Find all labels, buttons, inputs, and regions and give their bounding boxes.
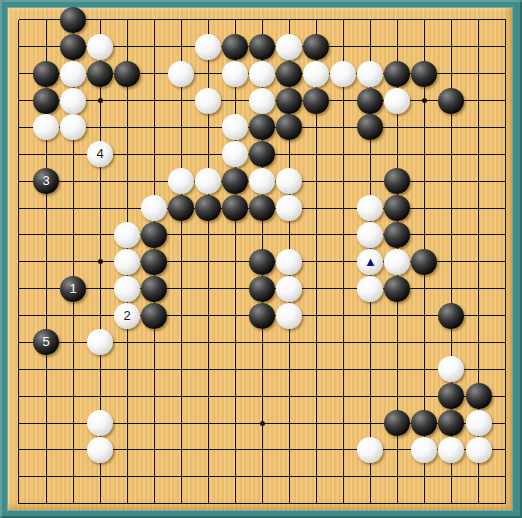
intersection-18-9[interactable] <box>465 222 492 249</box>
intersection-3-14[interactable] <box>60 356 87 383</box>
intersection-7-16[interactable] <box>168 410 195 437</box>
intersection-18-3[interactable] <box>465 60 492 87</box>
intersection-17-5[interactable] <box>438 114 465 141</box>
intersection-13-9[interactable] <box>330 222 357 249</box>
intersection-18-16[interactable] <box>465 410 492 437</box>
intersection-5-17[interactable] <box>114 437 141 464</box>
intersection-15-16[interactable] <box>384 410 411 437</box>
intersection-15-9[interactable] <box>384 222 411 249</box>
intersection-4-16[interactable] <box>87 410 114 437</box>
intersection-14-12[interactable] <box>357 302 384 329</box>
intersection-2-8[interactable] <box>33 195 60 222</box>
intersection-13-11[interactable] <box>330 275 357 302</box>
intersection-11-17[interactable] <box>276 437 303 464</box>
intersection-14-14[interactable] <box>357 356 384 383</box>
intersection-7-14[interactable] <box>168 356 195 383</box>
intersection-3-10[interactable] <box>60 248 87 275</box>
intersection-18-10[interactable] <box>465 248 492 275</box>
intersection-1-2[interactable] <box>5 33 32 60</box>
intersection-8-14[interactable] <box>195 356 222 383</box>
intersection-18-13[interactable] <box>465 329 492 356</box>
intersection-2-19[interactable] <box>33 490 60 517</box>
intersection-2-6[interactable] <box>33 141 60 168</box>
intersection-17-13[interactable] <box>438 329 465 356</box>
intersection-19-5[interactable] <box>492 114 519 141</box>
intersection-2-3[interactable] <box>33 60 60 87</box>
intersection-2-17[interactable] <box>33 437 60 464</box>
intersection-15-11[interactable] <box>384 275 411 302</box>
intersection-8-17[interactable] <box>195 437 222 464</box>
intersection-3-12[interactable] <box>60 302 87 329</box>
intersection-4-1[interactable] <box>87 7 114 34</box>
intersection-16-9[interactable] <box>411 222 438 249</box>
intersection-6-10[interactable] <box>141 248 168 275</box>
intersection-18-1[interactable] <box>465 7 492 34</box>
intersection-16-16[interactable] <box>411 410 438 437</box>
intersection-1-12[interactable] <box>5 302 32 329</box>
intersection-9-1[interactable] <box>222 7 249 34</box>
intersection-7-9[interactable] <box>168 222 195 249</box>
intersection-5-13[interactable] <box>114 329 141 356</box>
intersection-12-15[interactable] <box>303 383 330 410</box>
intersection-16-11[interactable] <box>411 275 438 302</box>
intersection-8-9[interactable] <box>195 222 222 249</box>
intersection-9-17[interactable] <box>222 437 249 464</box>
intersection-1-3[interactable] <box>5 60 32 87</box>
intersection-13-4[interactable] <box>330 87 357 114</box>
intersection-13-2[interactable] <box>330 33 357 60</box>
intersection-5-18[interactable] <box>114 463 141 490</box>
intersection-3-11[interactable]: 1 <box>60 275 87 302</box>
intersection-1-15[interactable] <box>5 383 32 410</box>
intersection-8-10[interactable] <box>195 248 222 275</box>
intersection-17-15[interactable] <box>438 383 465 410</box>
intersection-10-4[interactable] <box>249 87 276 114</box>
intersection-12-11[interactable] <box>303 275 330 302</box>
intersection-12-10[interactable] <box>303 248 330 275</box>
intersection-14-8[interactable] <box>357 195 384 222</box>
intersection-16-1[interactable] <box>411 7 438 34</box>
intersection-11-18[interactable] <box>276 463 303 490</box>
intersection-15-2[interactable] <box>384 33 411 60</box>
intersection-12-5[interactable] <box>303 114 330 141</box>
intersection-9-8[interactable] <box>222 195 249 222</box>
intersection-14-15[interactable] <box>357 383 384 410</box>
intersection-14-1[interactable] <box>357 7 384 34</box>
intersection-17-4[interactable] <box>438 87 465 114</box>
intersection-4-4[interactable] <box>87 87 114 114</box>
intersection-16-5[interactable] <box>411 114 438 141</box>
intersection-3-13[interactable] <box>60 329 87 356</box>
intersection-4-8[interactable] <box>87 195 114 222</box>
intersection-17-1[interactable] <box>438 7 465 34</box>
intersection-2-12[interactable] <box>33 302 60 329</box>
intersection-4-10[interactable] <box>87 248 114 275</box>
intersection-13-19[interactable] <box>330 490 357 517</box>
intersection-16-17[interactable] <box>411 437 438 464</box>
intersection-7-15[interactable] <box>168 383 195 410</box>
intersection-10-15[interactable] <box>249 383 276 410</box>
intersection-6-13[interactable] <box>141 329 168 356</box>
intersection-4-9[interactable] <box>87 222 114 249</box>
intersection-1-14[interactable] <box>5 356 32 383</box>
intersection-5-14[interactable] <box>114 356 141 383</box>
intersection-11-14[interactable] <box>276 356 303 383</box>
intersection-5-6[interactable] <box>114 141 141 168</box>
intersection-17-11[interactable] <box>438 275 465 302</box>
intersection-9-13[interactable] <box>222 329 249 356</box>
intersection-16-10[interactable] <box>411 248 438 275</box>
intersection-7-19[interactable] <box>168 490 195 517</box>
intersection-19-10[interactable] <box>492 248 519 275</box>
intersection-14-10[interactable]: ▲ <box>357 248 384 275</box>
intersection-15-5[interactable] <box>384 114 411 141</box>
intersection-17-17[interactable] <box>438 437 465 464</box>
intersection-19-11[interactable] <box>492 275 519 302</box>
intersection-8-5[interactable] <box>195 114 222 141</box>
intersection-8-19[interactable] <box>195 490 222 517</box>
intersection-15-15[interactable] <box>384 383 411 410</box>
intersection-1-11[interactable] <box>5 275 32 302</box>
intersection-2-18[interactable] <box>33 463 60 490</box>
intersection-16-4[interactable] <box>411 87 438 114</box>
intersection-1-8[interactable] <box>5 195 32 222</box>
intersection-9-12[interactable] <box>222 302 249 329</box>
intersection-6-5[interactable] <box>141 114 168 141</box>
intersection-13-1[interactable] <box>330 7 357 34</box>
intersection-11-1[interactable] <box>276 7 303 34</box>
intersection-2-11[interactable] <box>33 275 60 302</box>
intersection-18-17[interactable] <box>465 437 492 464</box>
intersection-3-4[interactable] <box>60 87 87 114</box>
intersection-10-19[interactable] <box>249 490 276 517</box>
intersection-5-15[interactable] <box>114 383 141 410</box>
intersection-15-7[interactable] <box>384 168 411 195</box>
intersection-3-17[interactable] <box>60 437 87 464</box>
intersection-10-8[interactable] <box>249 195 276 222</box>
intersection-12-13[interactable] <box>303 329 330 356</box>
intersection-3-9[interactable] <box>60 222 87 249</box>
intersection-17-18[interactable] <box>438 463 465 490</box>
intersection-6-14[interactable] <box>141 356 168 383</box>
intersection-14-19[interactable] <box>357 490 384 517</box>
intersection-17-2[interactable] <box>438 33 465 60</box>
intersection-15-13[interactable] <box>384 329 411 356</box>
intersection-18-14[interactable] <box>465 356 492 383</box>
intersection-4-14[interactable] <box>87 356 114 383</box>
intersection-8-1[interactable] <box>195 7 222 34</box>
intersection-4-3[interactable] <box>87 60 114 87</box>
intersection-2-2[interactable] <box>33 33 60 60</box>
intersection-4-19[interactable] <box>87 490 114 517</box>
intersection-5-5[interactable] <box>114 114 141 141</box>
intersection-13-14[interactable] <box>330 356 357 383</box>
intersection-11-7[interactable] <box>276 168 303 195</box>
intersection-9-11[interactable] <box>222 275 249 302</box>
intersection-11-19[interactable] <box>276 490 303 517</box>
intersection-7-8[interactable] <box>168 195 195 222</box>
intersection-11-8[interactable] <box>276 195 303 222</box>
intersection-1-7[interactable] <box>5 168 32 195</box>
intersection-6-16[interactable] <box>141 410 168 437</box>
intersection-15-3[interactable] <box>384 60 411 87</box>
intersection-16-14[interactable] <box>411 356 438 383</box>
intersection-10-1[interactable] <box>249 7 276 34</box>
intersection-7-7[interactable] <box>168 168 195 195</box>
intersection-8-12[interactable] <box>195 302 222 329</box>
intersection-4-18[interactable] <box>87 463 114 490</box>
intersection-9-3[interactable] <box>222 60 249 87</box>
intersection-15-12[interactable] <box>384 302 411 329</box>
intersection-7-17[interactable] <box>168 437 195 464</box>
intersection-7-11[interactable] <box>168 275 195 302</box>
intersection-1-17[interactable] <box>5 437 32 464</box>
intersection-17-9[interactable] <box>438 222 465 249</box>
intersection-7-1[interactable] <box>168 7 195 34</box>
intersection-3-5[interactable] <box>60 114 87 141</box>
intersection-11-11[interactable] <box>276 275 303 302</box>
intersection-18-5[interactable] <box>465 114 492 141</box>
intersection-4-6[interactable]: 4 <box>87 141 114 168</box>
intersection-9-2[interactable] <box>222 33 249 60</box>
intersection-11-9[interactable] <box>276 222 303 249</box>
intersection-10-16[interactable] <box>249 410 276 437</box>
intersection-17-10[interactable] <box>438 248 465 275</box>
intersection-14-18[interactable] <box>357 463 384 490</box>
intersection-10-18[interactable] <box>249 463 276 490</box>
intersection-3-7[interactable] <box>60 168 87 195</box>
intersection-10-2[interactable] <box>249 33 276 60</box>
intersection-19-7[interactable] <box>492 168 519 195</box>
intersection-16-7[interactable] <box>411 168 438 195</box>
intersection-9-15[interactable] <box>222 383 249 410</box>
intersection-4-12[interactable] <box>87 302 114 329</box>
intersection-18-6[interactable] <box>465 141 492 168</box>
intersection-13-17[interactable] <box>330 437 357 464</box>
intersection-13-13[interactable] <box>330 329 357 356</box>
intersection-18-11[interactable] <box>465 275 492 302</box>
intersection-12-17[interactable] <box>303 437 330 464</box>
intersection-7-12[interactable] <box>168 302 195 329</box>
intersection-12-9[interactable] <box>303 222 330 249</box>
intersection-3-2[interactable] <box>60 33 87 60</box>
intersection-4-11[interactable] <box>87 275 114 302</box>
intersection-3-1[interactable] <box>60 7 87 34</box>
intersection-15-10[interactable] <box>384 248 411 275</box>
intersection-2-4[interactable] <box>33 87 60 114</box>
intersection-3-16[interactable] <box>60 410 87 437</box>
intersection-2-14[interactable] <box>33 356 60 383</box>
intersection-15-4[interactable] <box>384 87 411 114</box>
intersection-9-16[interactable] <box>222 410 249 437</box>
intersection-19-1[interactable] <box>492 7 519 34</box>
intersection-9-5[interactable] <box>222 114 249 141</box>
intersection-5-11[interactable] <box>114 275 141 302</box>
intersection-16-15[interactable] <box>411 383 438 410</box>
intersection-8-13[interactable] <box>195 329 222 356</box>
intersection-16-13[interactable] <box>411 329 438 356</box>
intersection-3-8[interactable] <box>60 195 87 222</box>
intersection-17-6[interactable] <box>438 141 465 168</box>
intersection-18-4[interactable] <box>465 87 492 114</box>
intersection-12-8[interactable] <box>303 195 330 222</box>
intersection-11-10[interactable] <box>276 248 303 275</box>
intersection-1-13[interactable] <box>5 329 32 356</box>
intersection-13-10[interactable] <box>330 248 357 275</box>
intersection-8-8[interactable] <box>195 195 222 222</box>
intersection-10-9[interactable] <box>249 222 276 249</box>
intersection-12-6[interactable] <box>303 141 330 168</box>
intersection-1-4[interactable] <box>5 87 32 114</box>
intersection-13-5[interactable] <box>330 114 357 141</box>
intersection-5-10[interactable] <box>114 248 141 275</box>
intersection-8-4[interactable] <box>195 87 222 114</box>
intersection-14-16[interactable] <box>357 410 384 437</box>
intersection-5-16[interactable] <box>114 410 141 437</box>
intersection-1-9[interactable] <box>5 222 32 249</box>
intersection-12-2[interactable] <box>303 33 330 60</box>
intersection-11-16[interactable] <box>276 410 303 437</box>
intersection-14-5[interactable] <box>357 114 384 141</box>
intersection-16-3[interactable] <box>411 60 438 87</box>
intersection-9-6[interactable] <box>222 141 249 168</box>
intersection-16-12[interactable] <box>411 302 438 329</box>
intersection-5-2[interactable] <box>114 33 141 60</box>
intersection-9-18[interactable] <box>222 463 249 490</box>
intersection-19-6[interactable] <box>492 141 519 168</box>
intersection-13-8[interactable] <box>330 195 357 222</box>
intersection-19-15[interactable] <box>492 383 519 410</box>
intersection-7-2[interactable] <box>168 33 195 60</box>
intersection-7-3[interactable] <box>168 60 195 87</box>
intersection-2-16[interactable] <box>33 410 60 437</box>
intersection-18-8[interactable] <box>465 195 492 222</box>
intersection-11-12[interactable] <box>276 302 303 329</box>
intersection-19-8[interactable] <box>492 195 519 222</box>
intersection-4-13[interactable] <box>87 329 114 356</box>
intersection-19-13[interactable] <box>492 329 519 356</box>
intersection-10-11[interactable] <box>249 275 276 302</box>
intersection-14-17[interactable] <box>357 437 384 464</box>
intersection-14-9[interactable] <box>357 222 384 249</box>
intersection-13-3[interactable] <box>330 60 357 87</box>
intersection-16-8[interactable] <box>411 195 438 222</box>
intersection-13-7[interactable] <box>330 168 357 195</box>
intersection-6-19[interactable] <box>141 490 168 517</box>
intersection-6-17[interactable] <box>141 437 168 464</box>
intersection-12-12[interactable] <box>303 302 330 329</box>
intersection-4-2[interactable] <box>87 33 114 60</box>
intersection-15-18[interactable] <box>384 463 411 490</box>
intersection-1-6[interactable] <box>5 141 32 168</box>
intersection-8-18[interactable] <box>195 463 222 490</box>
intersection-19-14[interactable] <box>492 356 519 383</box>
intersection-1-5[interactable] <box>5 114 32 141</box>
intersection-7-13[interactable] <box>168 329 195 356</box>
intersection-4-7[interactable] <box>87 168 114 195</box>
intersection-8-3[interactable] <box>195 60 222 87</box>
intersection-19-19[interactable] <box>492 490 519 517</box>
intersection-10-10[interactable] <box>249 248 276 275</box>
intersection-1-10[interactable] <box>5 248 32 275</box>
intersection-5-3[interactable] <box>114 60 141 87</box>
intersection-19-12[interactable] <box>492 302 519 329</box>
intersection-17-7[interactable] <box>438 168 465 195</box>
intersection-4-5[interactable] <box>87 114 114 141</box>
intersection-6-8[interactable] <box>141 195 168 222</box>
intersection-9-7[interactable] <box>222 168 249 195</box>
intersection-3-6[interactable] <box>60 141 87 168</box>
intersection-1-18[interactable] <box>5 463 32 490</box>
intersection-19-16[interactable] <box>492 410 519 437</box>
intersection-2-10[interactable] <box>33 248 60 275</box>
intersection-13-16[interactable] <box>330 410 357 437</box>
intersection-10-5[interactable] <box>249 114 276 141</box>
intersection-5-8[interactable] <box>114 195 141 222</box>
intersection-9-10[interactable] <box>222 248 249 275</box>
intersection-11-13[interactable] <box>276 329 303 356</box>
intersection-11-6[interactable] <box>276 141 303 168</box>
intersection-15-6[interactable] <box>384 141 411 168</box>
intersection-5-19[interactable] <box>114 490 141 517</box>
intersection-2-15[interactable] <box>33 383 60 410</box>
intersection-16-6[interactable] <box>411 141 438 168</box>
intersection-19-17[interactable] <box>492 437 519 464</box>
intersection-17-12[interactable] <box>438 302 465 329</box>
intersection-8-6[interactable] <box>195 141 222 168</box>
intersection-6-1[interactable] <box>141 7 168 34</box>
intersection-11-15[interactable] <box>276 383 303 410</box>
intersection-19-9[interactable] <box>492 222 519 249</box>
intersection-6-7[interactable] <box>141 168 168 195</box>
intersection-13-6[interactable] <box>330 141 357 168</box>
intersection-15-1[interactable] <box>384 7 411 34</box>
intersection-6-3[interactable] <box>141 60 168 87</box>
intersection-13-18[interactable] <box>330 463 357 490</box>
intersection-16-18[interactable] <box>411 463 438 490</box>
intersection-6-6[interactable] <box>141 141 168 168</box>
intersection-7-18[interactable] <box>168 463 195 490</box>
intersection-3-19[interactable] <box>60 490 87 517</box>
intersection-2-7[interactable]: 3 <box>33 168 60 195</box>
intersection-14-3[interactable] <box>357 60 384 87</box>
intersection-8-11[interactable] <box>195 275 222 302</box>
intersection-14-4[interactable] <box>357 87 384 114</box>
intersection-11-4[interactable] <box>276 87 303 114</box>
intersection-18-7[interactable] <box>465 168 492 195</box>
intersection-11-2[interactable] <box>276 33 303 60</box>
intersection-12-4[interactable] <box>303 87 330 114</box>
intersection-6-18[interactable] <box>141 463 168 490</box>
intersection-8-2[interactable] <box>195 33 222 60</box>
intersection-6-15[interactable] <box>141 383 168 410</box>
intersection-9-4[interactable] <box>222 87 249 114</box>
intersection-8-16[interactable] <box>195 410 222 437</box>
intersection-9-14[interactable] <box>222 356 249 383</box>
intersection-10-14[interactable] <box>249 356 276 383</box>
intersection-15-14[interactable] <box>384 356 411 383</box>
intersection-15-17[interactable] <box>384 437 411 464</box>
intersection-2-9[interactable] <box>33 222 60 249</box>
intersection-12-1[interactable] <box>303 7 330 34</box>
intersection-17-3[interactable] <box>438 60 465 87</box>
intersection-3-3[interactable] <box>60 60 87 87</box>
intersection-13-12[interactable] <box>330 302 357 329</box>
intersection-5-9[interactable] <box>114 222 141 249</box>
intersection-8-15[interactable] <box>195 383 222 410</box>
intersection-16-19[interactable] <box>411 490 438 517</box>
intersection-19-2[interactable] <box>492 33 519 60</box>
